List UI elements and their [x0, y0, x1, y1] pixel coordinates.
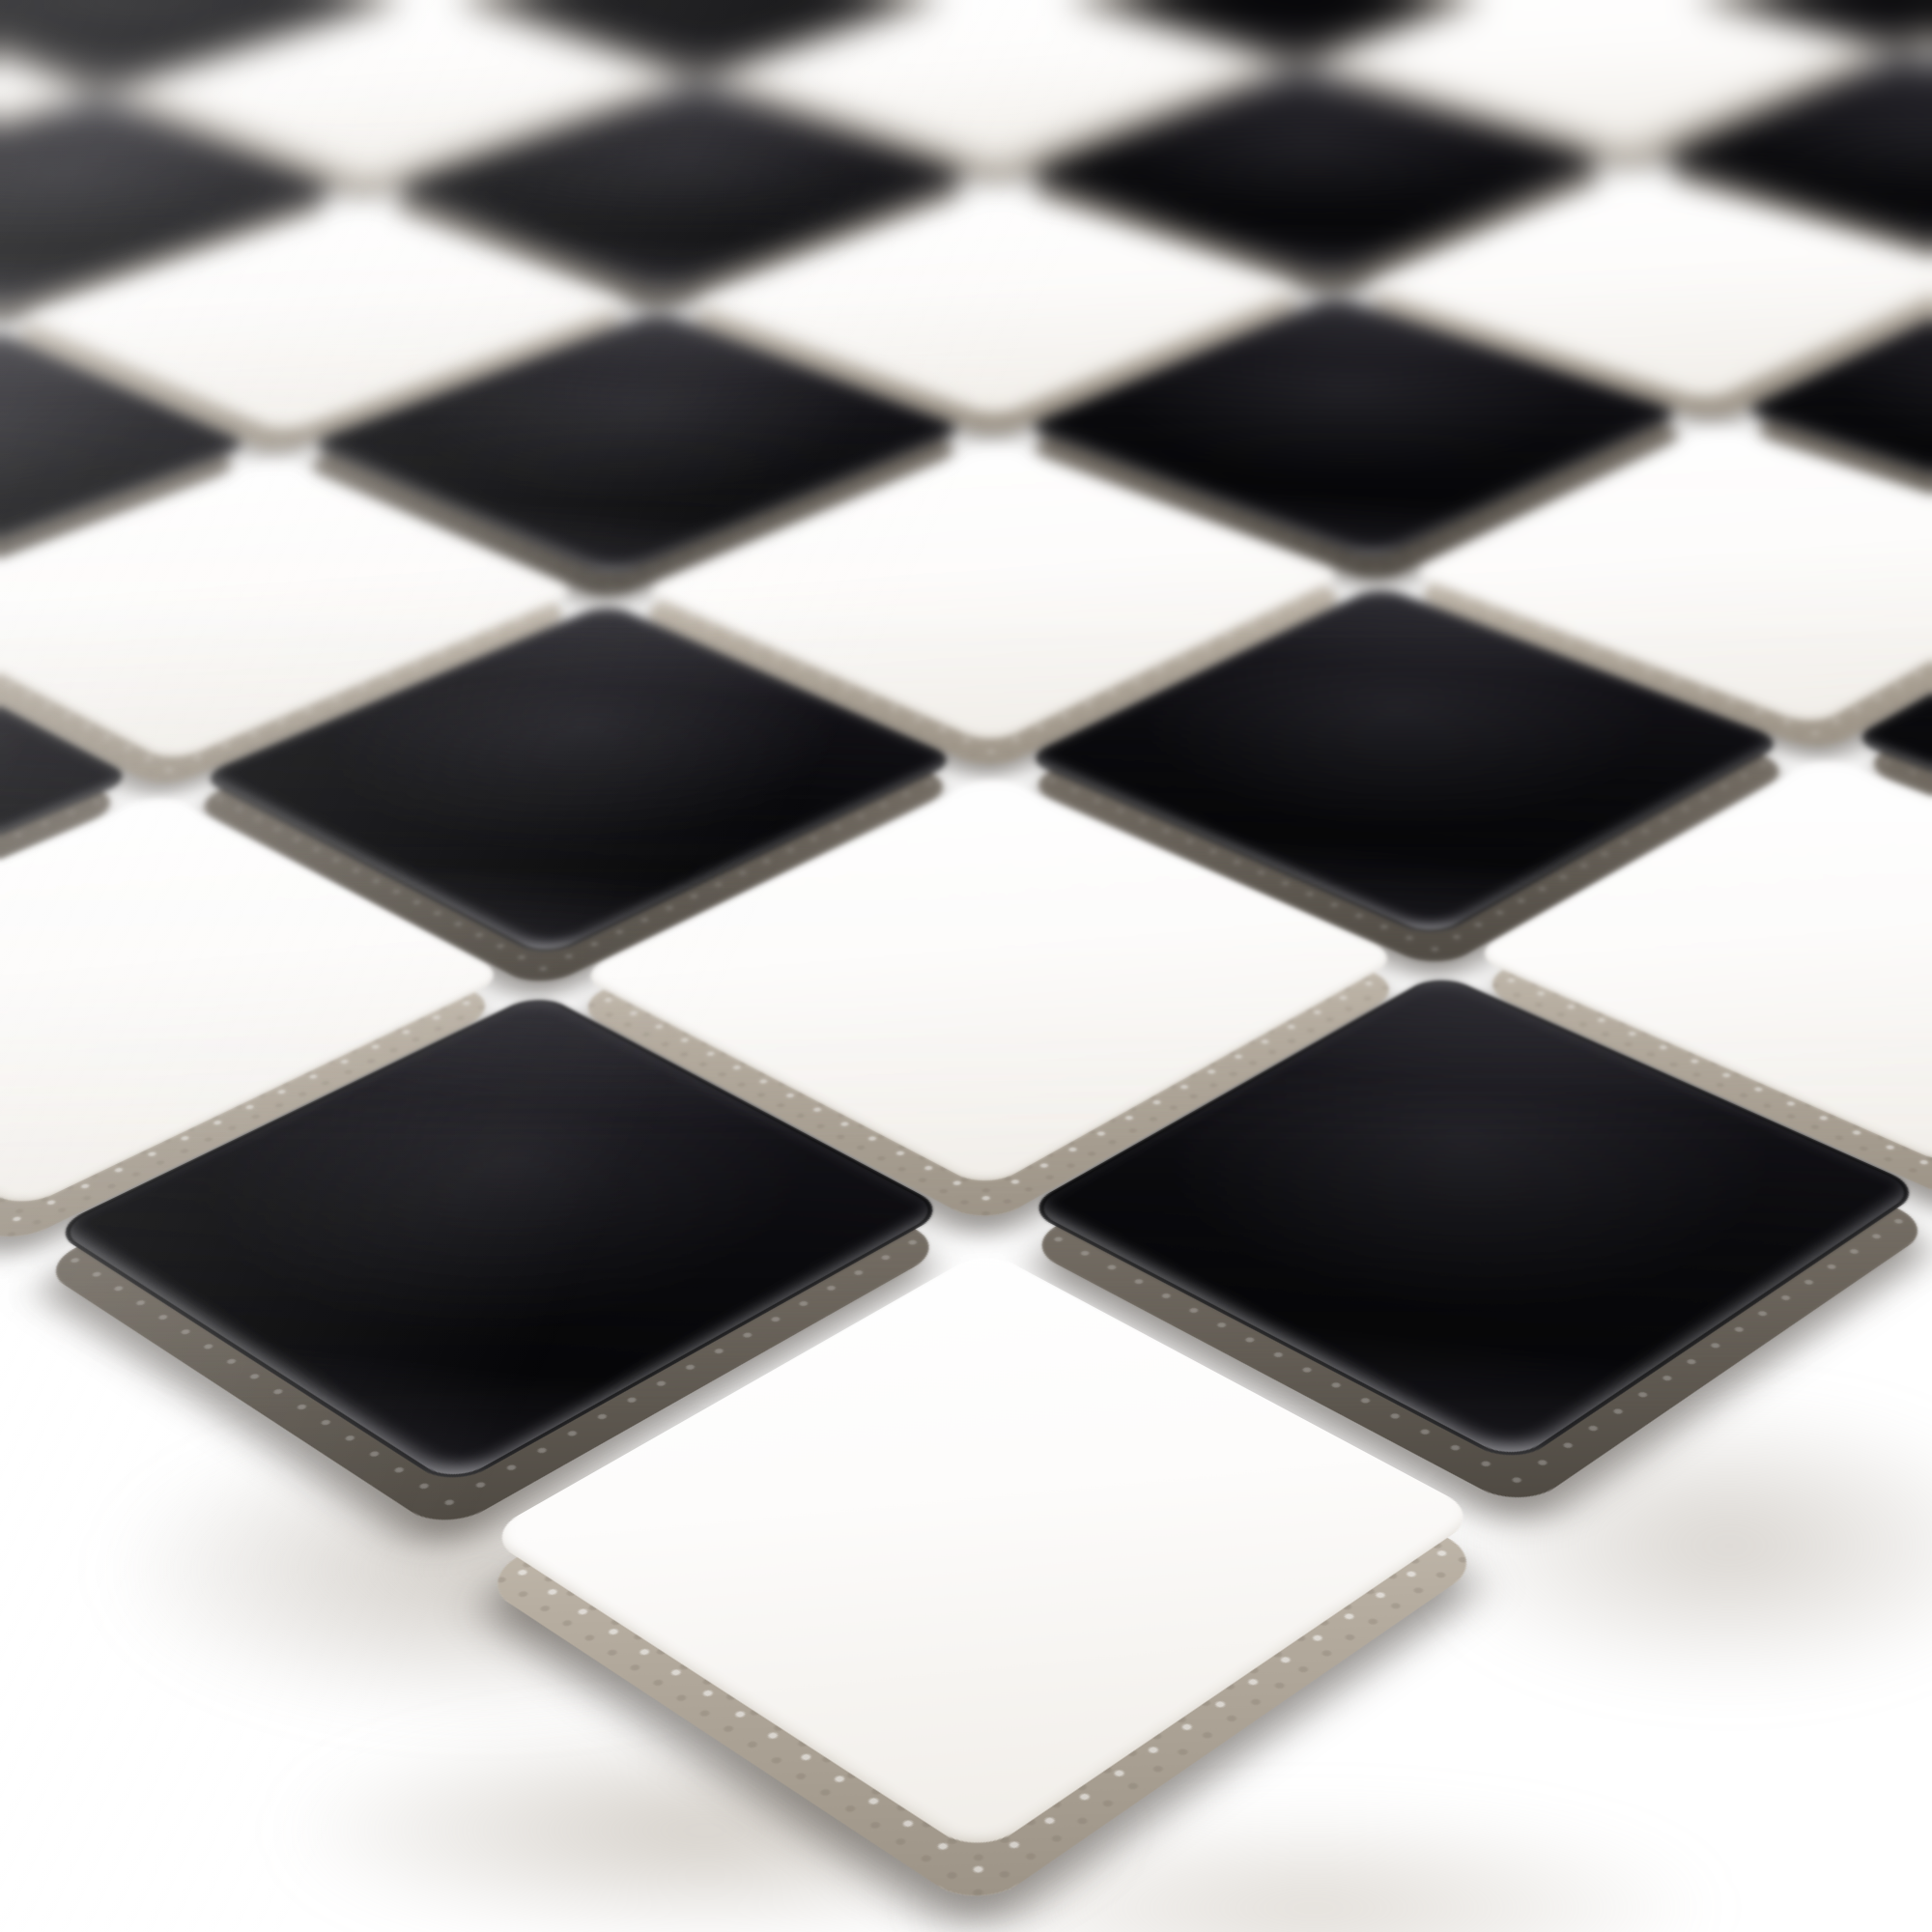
perspective-scene	[0, 0, 1932, 1932]
camera-roll	[0, 0, 1932, 1932]
checkerboard-mosaic-sheet	[0, 0, 1932, 1857]
photo-canvas	[0, 0, 1932, 1932]
